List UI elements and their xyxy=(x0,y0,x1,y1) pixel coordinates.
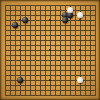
grid-line-horizontal xyxy=(5,85,96,86)
grid-line-vertical xyxy=(85,5,86,96)
grid-line-horizontal xyxy=(5,70,96,71)
white-stone-O18 xyxy=(67,7,73,13)
black-stone-C15 xyxy=(12,22,18,28)
star-point-D10 xyxy=(19,49,21,51)
grid-line-vertical xyxy=(60,5,61,96)
grid-line-vertical xyxy=(75,5,76,96)
star-point-Q16 xyxy=(79,19,81,21)
star-point-D16 xyxy=(19,19,21,21)
black-stone-N16 xyxy=(62,17,68,23)
grid-line-vertical xyxy=(55,5,56,96)
star-point-Q10 xyxy=(79,49,81,51)
grid-line-vertical xyxy=(70,5,71,96)
grid-line-horizontal xyxy=(5,60,96,61)
grid-line-vertical xyxy=(95,5,96,96)
black-stone-E16 xyxy=(22,17,28,23)
grid-line-horizontal xyxy=(5,75,96,76)
grid-line-horizontal xyxy=(5,90,96,91)
black-stone-D4 xyxy=(17,77,23,83)
white-stone-Q4 xyxy=(77,77,83,83)
star-point-K4 xyxy=(49,79,51,81)
grid-line-horizontal xyxy=(5,65,96,66)
star-point-K10 xyxy=(49,49,51,51)
grid-line-horizontal xyxy=(5,95,96,96)
white-stone-Q17 xyxy=(77,12,83,18)
star-point-K16 xyxy=(49,19,51,21)
go-board[interactable] xyxy=(0,0,100,100)
grid-line-vertical xyxy=(90,5,91,96)
grid-line-horizontal xyxy=(5,55,96,56)
black-stone-O17 xyxy=(67,12,73,18)
